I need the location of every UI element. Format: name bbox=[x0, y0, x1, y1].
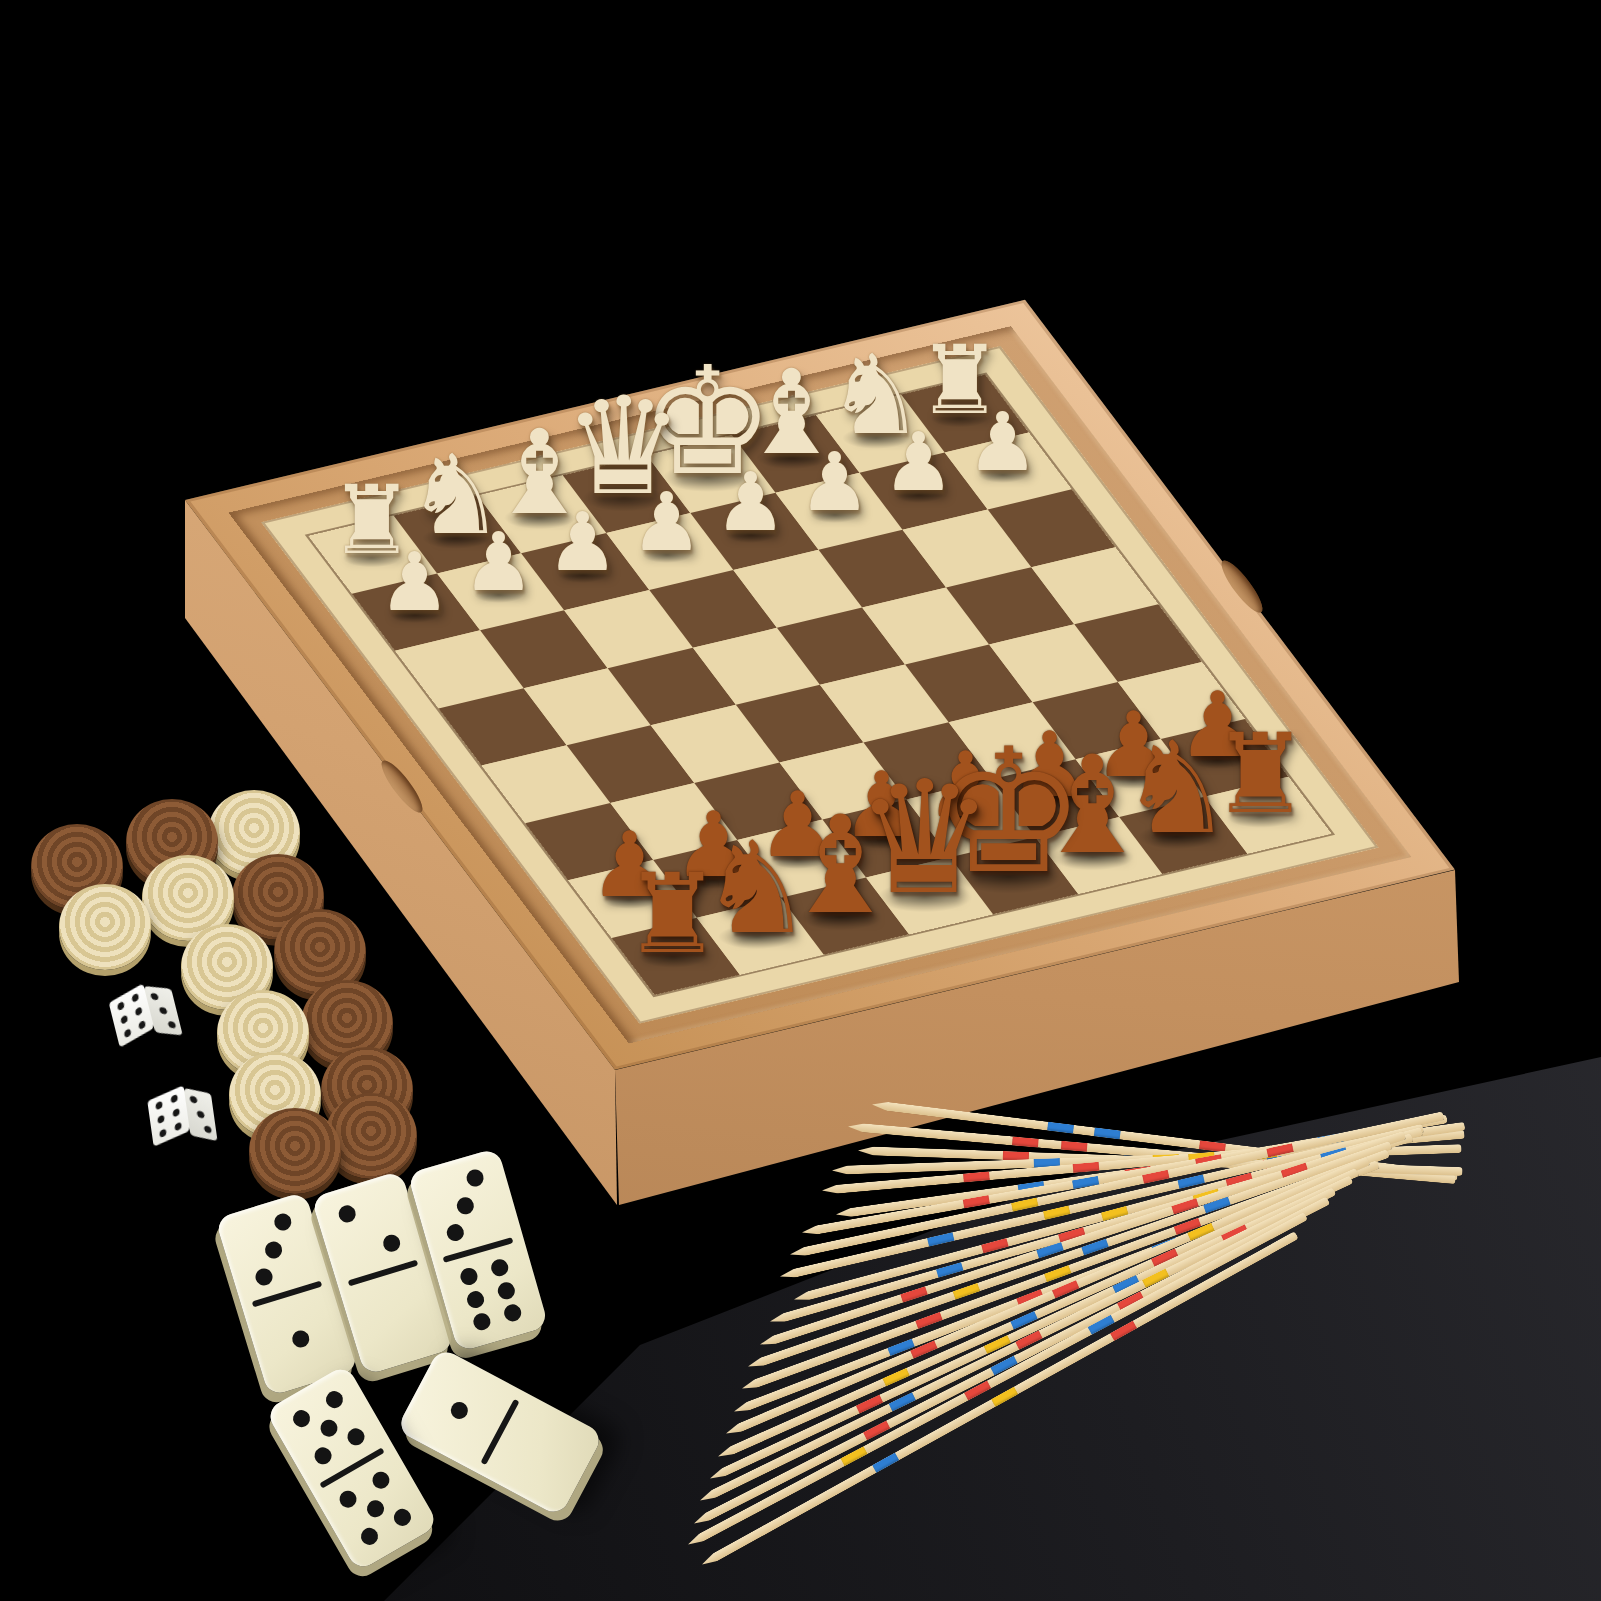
stick-band bbox=[1043, 1205, 1070, 1220]
stick-band bbox=[953, 1283, 981, 1300]
stick-band bbox=[1094, 1127, 1121, 1139]
stick-band bbox=[963, 1171, 990, 1182]
stick-band bbox=[1047, 1122, 1074, 1134]
mikado-stick[interactable] bbox=[698, 1187, 1336, 1505]
stick-band bbox=[900, 1286, 928, 1303]
scene: ♜♞♝♛♚♝♞♜♟♟♟♟♟♟♟♟♟♟♟♟♟♟♟♟♜♞♝♛♚♝♞♜ bbox=[0, 0, 1601, 1601]
stick-band bbox=[1011, 1197, 1038, 1211]
mikado-stick[interactable] bbox=[716, 1168, 1359, 1461]
stick-band bbox=[1061, 1141, 1088, 1152]
stick-band bbox=[1012, 1136, 1039, 1147]
stick-band bbox=[915, 1312, 943, 1329]
mikado-layer bbox=[0, 0, 1601, 1601]
stick-band bbox=[872, 1452, 899, 1472]
stick-band bbox=[1199, 1140, 1226, 1152]
mikado-stick[interactable] bbox=[686, 1212, 1308, 1549]
stick-band bbox=[991, 1387, 1018, 1407]
stick-band bbox=[1110, 1321, 1137, 1341]
stick-band bbox=[927, 1232, 954, 1247]
